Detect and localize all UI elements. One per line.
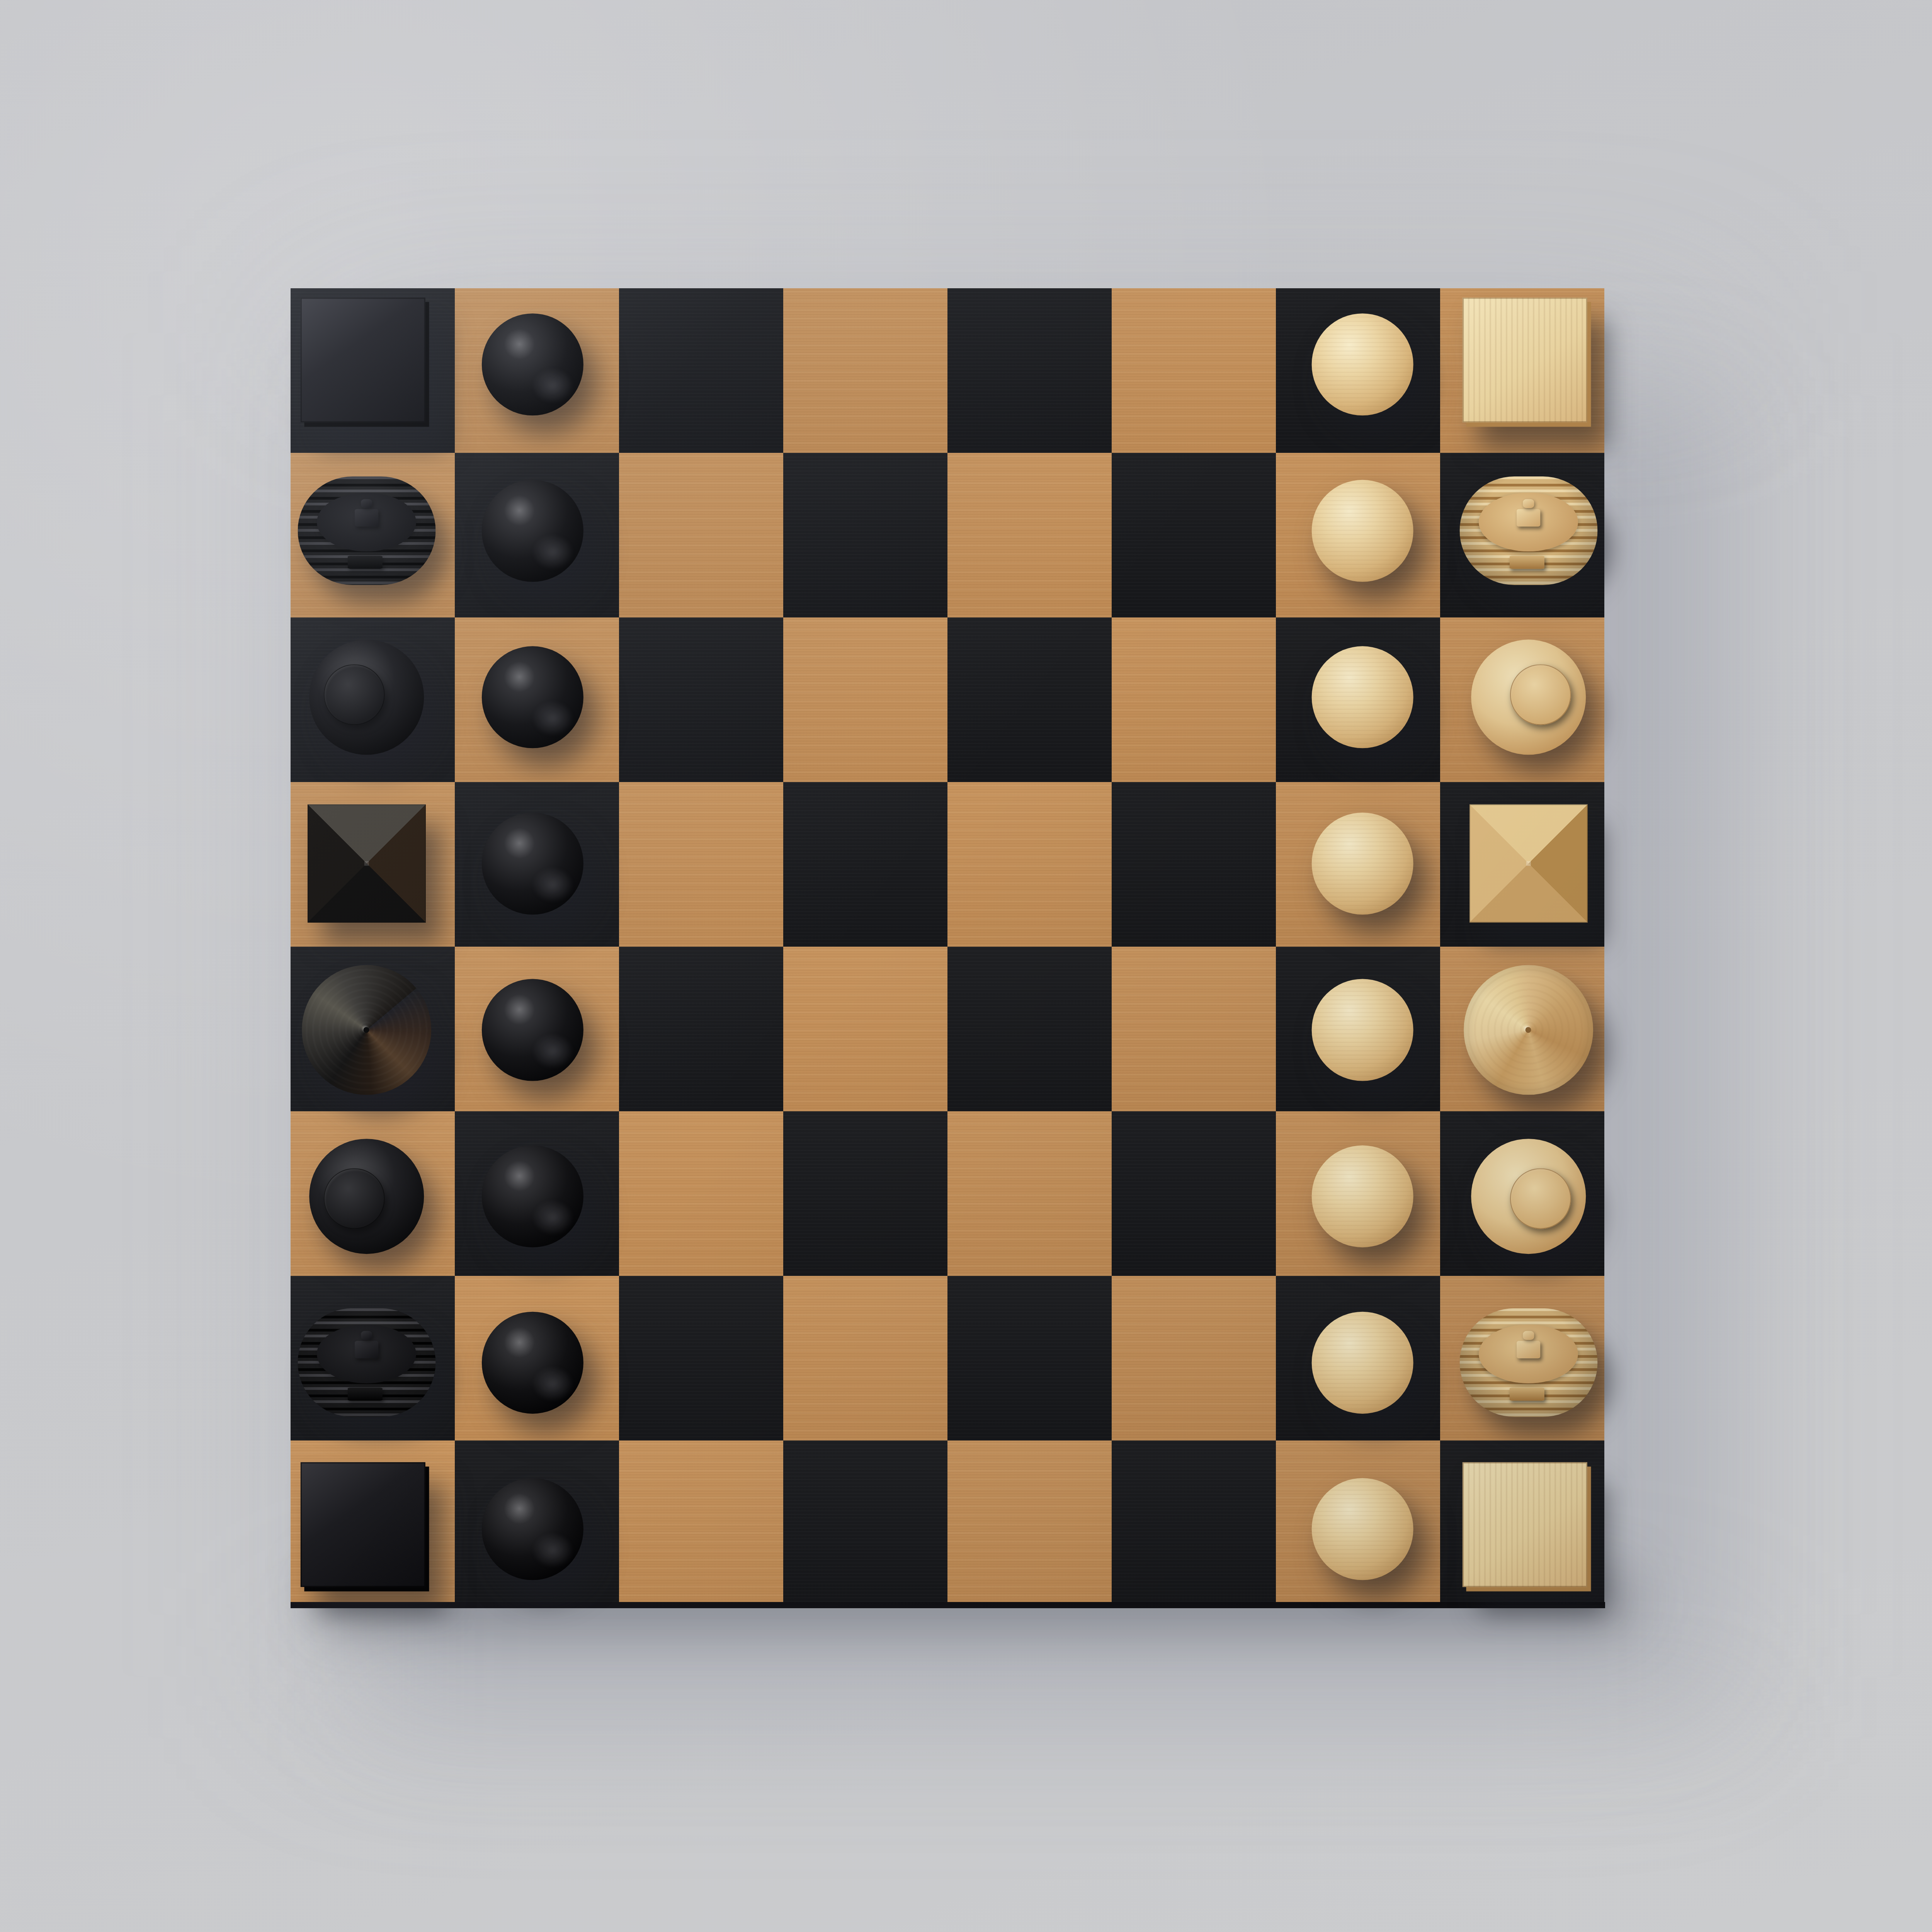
square-h2[interactable] [1276,288,1440,453]
piece-black-pawn[interactable] [481,646,583,748]
chess-board [291,288,1604,1605]
knight-scroll-tab [348,1388,382,1401]
square-c2[interactable] [1276,1111,1440,1276]
knight-scroll-knob [1517,509,1540,526]
knight-scroll-tab [1510,1388,1544,1401]
piece-black-rook[interactable] [304,1467,429,1592]
piece-white-pawn[interactable] [1311,646,1413,748]
square-f3[interactable] [1112,617,1276,782]
knight-scroll-tab [1510,556,1544,569]
square-b1[interactable] [1440,1276,1604,1440]
piece-white-pawn[interactable] [1311,979,1413,1081]
square-d5[interactable] [783,947,947,1111]
piece-black-pawn[interactable] [481,313,583,415]
square-f7[interactable] [455,617,619,782]
square-a6[interactable] [619,1440,783,1605]
piece-white-pawn[interactable] [1311,1145,1413,1247]
square-g5[interactable] [783,453,947,617]
square-a2[interactable] [1276,1440,1440,1605]
square-e4[interactable] [947,782,1112,947]
piece-white-pawn[interactable] [1311,313,1413,415]
square-b8[interactable] [291,1276,455,1440]
square-b2[interactable] [1276,1276,1440,1440]
knight-scroll-nub [361,1331,372,1340]
knight-scroll-nub [1523,499,1534,508]
square-b3[interactable] [1112,1276,1276,1440]
square-f8[interactable] [291,617,455,782]
square-b4[interactable] [947,1276,1112,1440]
square-d4[interactable] [947,947,1112,1111]
piece-black-pawn[interactable] [481,480,583,582]
square-g3[interactable] [1112,453,1276,617]
knight-scroll-knob [355,1341,378,1358]
piece-black-king[interactable] [308,804,426,923]
square-c6[interactable] [619,1111,783,1276]
square-g2[interactable] [1276,453,1440,617]
square-a3[interactable] [1112,1440,1276,1605]
knight-scroll-knob [1517,1341,1540,1358]
square-a7[interactable] [455,1440,619,1605]
square-e1[interactable] [1440,782,1604,947]
piece-black-bishop[interactable] [309,639,424,755]
square-b6[interactable] [619,1276,783,1440]
square-h8[interactable] [291,288,455,453]
square-c4[interactable] [947,1111,1112,1276]
square-a4[interactable] [947,1440,1112,1605]
piece-white-bishop[interactable] [1471,1139,1586,1254]
square-h1[interactable] [1440,288,1604,453]
square-f6[interactable] [619,617,783,782]
piece-white-knight[interactable] [1459,476,1597,585]
knight-scroll-knob [355,509,378,526]
square-e8[interactable] [291,782,455,947]
piece-white-pawn[interactable] [1311,480,1413,582]
square-g7[interactable] [455,453,619,617]
square-a1[interactable] [1440,1440,1604,1605]
square-f1[interactable] [1440,617,1604,782]
square-c3[interactable] [1112,1111,1276,1276]
piece-black-knight[interactable] [298,1308,435,1417]
piece-black-pawn[interactable] [481,1145,583,1247]
piece-white-knight[interactable] [1459,1308,1597,1417]
piece-black-pawn[interactable] [481,1312,583,1414]
piece-black-pawn[interactable] [481,979,583,1081]
square-g8[interactable] [291,453,455,617]
knight-scroll-nub [361,499,372,508]
square-h6[interactable] [619,288,783,453]
piece-black-bishop[interactable] [309,1139,424,1254]
piece-black-pawn[interactable] [481,1478,583,1580]
square-b7[interactable] [455,1276,619,1440]
square-e6[interactable] [619,782,783,947]
square-a8[interactable] [291,1440,455,1605]
square-f5[interactable] [783,617,947,782]
square-h5[interactable] [783,288,947,453]
knight-scroll-nub [1523,1331,1534,1340]
board-side-edge [291,1602,1605,1608]
square-a5[interactable] [783,1440,947,1605]
square-d2[interactable] [1276,947,1440,1111]
square-c8[interactable] [291,1111,455,1276]
piece-white-pawn[interactable] [1311,813,1413,915]
square-g1[interactable] [1440,453,1604,617]
square-e3[interactable] [1112,782,1276,947]
square-b5[interactable] [783,1276,947,1440]
piece-white-king[interactable] [1469,804,1588,923]
square-h7[interactable] [455,288,619,453]
piece-black-rook[interactable] [304,302,429,427]
piece-white-queen[interactable] [1464,965,1594,1095]
knight-scroll-tab [348,556,382,569]
piece-black-queen[interactable] [302,965,432,1095]
square-d6[interactable] [619,947,783,1111]
square-f4[interactable] [947,617,1112,782]
piece-white-pawn[interactable] [1311,1312,1413,1414]
square-h3[interactable] [1112,288,1276,453]
square-g6[interactable] [619,453,783,617]
piece-black-knight[interactable] [298,476,435,585]
square-d7[interactable] [455,947,619,1111]
square-c7[interactable] [455,1111,619,1276]
square-d1[interactable] [1440,947,1604,1111]
square-d8[interactable] [291,947,455,1111]
piece-white-bishop[interactable] [1471,639,1586,755]
square-h4[interactable] [947,288,1112,453]
square-e2[interactable] [1276,782,1440,947]
piece-white-pawn[interactable] [1311,1478,1413,1580]
square-e5[interactable] [783,782,947,947]
piece-white-rook[interactable] [1466,1467,1591,1592]
piece-black-pawn[interactable] [481,813,583,915]
square-d3[interactable] [1112,947,1276,1111]
square-e7[interactable] [455,782,619,947]
square-f2[interactable] [1276,617,1440,782]
piece-white-rook[interactable] [1466,302,1591,427]
square-c1[interactable] [1440,1111,1604,1276]
square-g4[interactable] [947,453,1112,617]
photo-backdrop [0,0,1932,1932]
square-c5[interactable] [783,1111,947,1276]
